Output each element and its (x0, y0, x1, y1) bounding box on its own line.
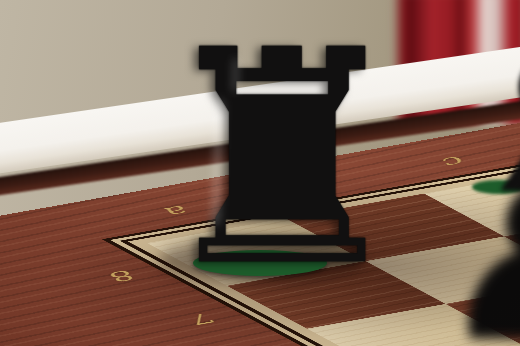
black-pawn-piece: ♟ (430, 118, 520, 346)
rook-crown-highlight (231, 58, 239, 92)
black-rook-piece: ♜ (150, 12, 366, 307)
rank-label-8: 8 (104, 268, 146, 283)
photo-scene: 87abc ♝ ♜ ♟ (0, 0, 520, 346)
